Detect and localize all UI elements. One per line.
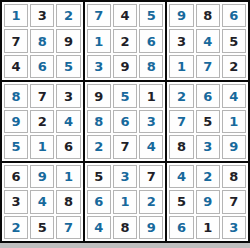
sudoku-cell-r5c8[interactable]: 5 [196,110,220,133]
sudoku-cell-r6c5[interactable]: 7 [113,135,137,158]
sudoku-cell-r8c4[interactable]: 6 [87,190,111,213]
sudoku-cell-r6c4[interactable]: 2 [87,135,111,158]
sudoku-cell-r7c7[interactable]: 4 [169,165,193,188]
sudoku-cell-r8c5[interactable]: 1 [113,190,137,213]
sudoku-box-9: 428597613 [167,163,248,241]
sudoku-cell-r6c1[interactable]: 5 [4,135,28,158]
sudoku-box-3: 986345172 [167,2,248,80]
sudoku-cell-r3c4[interactable]: 3 [87,55,111,78]
sudoku-cell-r7c6[interactable]: 7 [139,165,163,188]
sudoku-cell-r9c5[interactable]: 8 [113,216,137,239]
sudoku-box-8: 537612489 [85,163,166,241]
board-shadow [0,243,250,248]
sudoku-cell-r9c7[interactable]: 6 [169,216,193,239]
sudoku-cell-r5c4[interactable]: 8 [87,110,111,133]
sudoku-cell-r9c9[interactable]: 3 [222,216,246,239]
sudoku-cell-r6c6[interactable]: 4 [139,135,163,158]
sudoku-cell-r4c3[interactable]: 3 [56,84,80,107]
sudoku-box-7: 691348257 [2,163,83,241]
sudoku-cell-r7c2[interactable]: 9 [30,165,54,188]
sudoku-cell-r1c7[interactable]: 9 [169,4,193,27]
sudoku-box-5: 951863274 [85,82,166,160]
sudoku-cell-r3c2[interactable]: 6 [30,55,54,78]
sudoku-cell-r7c4[interactable]: 5 [87,165,111,188]
sudoku-board: 1327894657451263989863451728739245169518… [0,0,250,243]
sudoku-cell-r2c2[interactable]: 8 [30,29,54,52]
sudoku-cell-r6c9[interactable]: 9 [222,135,246,158]
sudoku-cell-r3c3[interactable]: 5 [56,55,80,78]
sudoku-cell-r8c8[interactable]: 9 [196,190,220,213]
sudoku-cell-r3c5[interactable]: 9 [113,55,137,78]
sudoku-cell-r8c3[interactable]: 8 [56,190,80,213]
sudoku-cell-r5c1[interactable]: 9 [4,110,28,133]
sudoku-cell-r3c1[interactable]: 4 [4,55,28,78]
sudoku-cell-r1c2[interactable]: 3 [30,4,54,27]
sudoku-cell-r8c6[interactable]: 2 [139,190,163,213]
sudoku-cell-r1c6[interactable]: 5 [139,4,163,27]
sudoku-cell-r9c2[interactable]: 5 [30,216,54,239]
sudoku-cell-r4c4[interactable]: 9 [87,84,111,107]
sudoku-cell-r5c5[interactable]: 6 [113,110,137,133]
sudoku-cell-r2c6[interactable]: 6 [139,29,163,52]
sudoku-cell-r3c7[interactable]: 1 [169,55,193,78]
sudoku-cell-r9c6[interactable]: 9 [139,216,163,239]
sudoku-cell-r9c1[interactable]: 2 [4,216,28,239]
sudoku-cell-r4c6[interactable]: 1 [139,84,163,107]
sudoku-cell-r1c9[interactable]: 6 [222,4,246,27]
sudoku-cell-r7c5[interactable]: 3 [113,165,137,188]
sudoku-box-1: 132789465 [2,2,83,80]
sudoku-cell-r4c1[interactable]: 8 [4,84,28,107]
sudoku-cell-r4c8[interactable]: 6 [196,84,220,107]
sudoku-cell-r2c7[interactable]: 3 [169,29,193,52]
sudoku-cell-r1c3[interactable]: 2 [56,4,80,27]
sudoku-cell-r2c9[interactable]: 5 [222,29,246,52]
sudoku-cell-r1c4[interactable]: 7 [87,4,111,27]
sudoku-cell-r4c7[interactable]: 2 [169,84,193,107]
sudoku-cell-r6c8[interactable]: 3 [196,135,220,158]
sudoku-cell-r2c5[interactable]: 2 [113,29,137,52]
sudoku-cell-r5c7[interactable]: 7 [169,110,193,133]
sudoku-cell-r8c1[interactable]: 3 [4,190,28,213]
sudoku-cell-r2c1[interactable]: 7 [4,29,28,52]
sudoku-cell-r7c1[interactable]: 6 [4,165,28,188]
sudoku-cell-r7c9[interactable]: 8 [222,165,246,188]
sudoku-cell-r4c9[interactable]: 4 [222,84,246,107]
sudoku-cell-r1c5[interactable]: 4 [113,4,137,27]
sudoku-cell-r9c3[interactable]: 7 [56,216,80,239]
sudoku-cell-r3c8[interactable]: 7 [196,55,220,78]
sudoku-cell-r8c9[interactable]: 7 [222,190,246,213]
sudoku-cell-r3c6[interactable]: 8 [139,55,163,78]
sudoku-cell-r5c9[interactable]: 1 [222,110,246,133]
sudoku-cell-r9c4[interactable]: 4 [87,216,111,239]
sudoku-cell-r4c5[interactable]: 5 [113,84,137,107]
sudoku-cell-r8c2[interactable]: 4 [30,190,54,213]
sudoku-box-6: 264751839 [167,82,248,160]
sudoku-cell-r6c2[interactable]: 1 [30,135,54,158]
sudoku-box-4: 873924516 [2,82,83,160]
sudoku-widget: 1327894657451263989863451728739245169518… [0,0,250,248]
sudoku-cell-r6c3[interactable]: 6 [56,135,80,158]
sudoku-box-2: 745126398 [85,2,166,80]
sudoku-cell-r2c4[interactable]: 1 [87,29,111,52]
sudoku-cell-r7c8[interactable]: 2 [196,165,220,188]
sudoku-cell-r3c9[interactable]: 2 [222,55,246,78]
sudoku-cell-r8c7[interactable]: 5 [169,190,193,213]
sudoku-cell-r1c8[interactable]: 8 [196,4,220,27]
sudoku-cell-r7c3[interactable]: 1 [56,165,80,188]
sudoku-cell-r5c6[interactable]: 3 [139,110,163,133]
sudoku-cell-r2c3[interactable]: 9 [56,29,80,52]
sudoku-cell-r6c7[interactable]: 8 [169,135,193,158]
sudoku-cell-r9c8[interactable]: 1 [196,216,220,239]
sudoku-cell-r5c3[interactable]: 4 [56,110,80,133]
sudoku-cell-r4c2[interactable]: 7 [30,84,54,107]
sudoku-cell-r2c8[interactable]: 4 [196,29,220,52]
sudoku-cell-r1c1[interactable]: 1 [4,4,28,27]
sudoku-cell-r5c2[interactable]: 2 [30,110,54,133]
